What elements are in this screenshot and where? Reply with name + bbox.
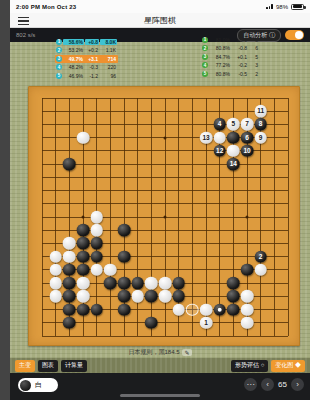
white-stone <box>77 290 90 303</box>
candidate-row[interactable]: 477.2%-0.23 <box>201 62 260 70</box>
black-stone <box>104 277 117 290</box>
color-to-play-label: 白 <box>35 380 42 390</box>
variation-winrate: 49.7% <box>63 56 84 63</box>
black-stone <box>77 237 90 250</box>
edit-komi-icon[interactable]: ✎ <box>182 349 191 356</box>
grid-line-h <box>42 336 288 337</box>
app-screen: 2:00 PM Mon Oct 23 98% 星阵围棋 802 s/s 自动分析… <box>10 0 310 400</box>
candidate-row[interactable]: 384.7%+0.15 <box>201 53 260 61</box>
candidate-visits: 3 <box>249 62 259 69</box>
bottom-bar: 白 ⋯ ‹ 65 › <box>10 373 310 400</box>
control-button[interactable]: 计算量 <box>61 360 87 372</box>
variation-visits: 714 <box>100 56 117 63</box>
black-stone <box>90 250 103 263</box>
black-stone <box>145 290 158 303</box>
candidate-score-delta: +0.1 <box>232 54 248 61</box>
variation-score-delta: +3.1 <box>85 56 99 63</box>
suggested-move-ghost[interactable] <box>186 303 199 316</box>
white-stone <box>49 277 62 290</box>
variation-visits: 1.1K <box>100 47 117 54</box>
white-stone: 9 <box>254 131 267 144</box>
white-stone <box>90 224 103 237</box>
star-point <box>246 216 249 219</box>
white-stone <box>77 277 90 290</box>
candidate-winrate: 84.7% <box>209 54 231 61</box>
next-move-button[interactable]: › <box>291 378 304 391</box>
control-button[interactable]: 形势评估 ○ <box>231 360 268 372</box>
black-stone <box>63 316 76 329</box>
status-bar: 2:00 PM Mon Oct 23 98% <box>10 0 310 13</box>
black-stone <box>118 303 131 316</box>
last-move-marker <box>218 308 222 312</box>
variation-score-delta: +0.2 <box>85 47 99 54</box>
control-bar: 主变图表计算量 形势评估 ○变化图 ◆ <box>10 358 310 373</box>
rank-badge: 2 <box>202 45 208 51</box>
black-stone <box>227 290 240 303</box>
candidate-score-delta: -0.2 <box>232 62 248 69</box>
white-stone: 5 <box>227 118 240 131</box>
variation-row[interactable]: 448.2%-0.3220 <box>55 64 118 72</box>
compute-speed: 802 s/s <box>16 32 35 38</box>
black-stone <box>145 316 158 329</box>
black-stone: 6 <box>241 131 254 144</box>
variation-row[interactable]: 349.7%+3.1714 <box>55 55 118 63</box>
candidate-score-delta: -0.8 <box>232 45 248 52</box>
white-stone <box>227 145 240 158</box>
rules-text: 日本规则，黑184.5 <box>128 348 179 357</box>
move-number-label: 6 <box>245 134 249 141</box>
star-point <box>164 136 167 139</box>
move-number-label: 11 <box>257 108 264 115</box>
variation-winrate: 53.2% <box>63 47 84 54</box>
battery-percent: 98% <box>276 4 288 10</box>
grid-line-v <box>274 98 275 336</box>
black-stone <box>63 158 76 171</box>
variation-visits: 96 <box>100 73 117 80</box>
white-stone <box>145 277 158 290</box>
candidate-winrate: 80.8% <box>209 71 231 78</box>
white-stone: 11 <box>254 105 267 118</box>
variation-winrate: 58.6% <box>63 39 84 46</box>
white-stone <box>131 290 144 303</box>
black-stone <box>90 303 103 316</box>
control-button[interactable]: 主变 <box>15 360 35 372</box>
candidate-winrate: 77.2% <box>209 62 231 69</box>
white-stone <box>241 290 254 303</box>
black-stone <box>227 303 240 316</box>
black-stone <box>241 264 254 277</box>
black-stone <box>77 264 90 277</box>
auto-analysis-toggle[interactable] <box>285 30 304 40</box>
variation-visits: 8.0K <box>100 39 117 46</box>
candidate-visits: 5 <box>249 54 259 61</box>
white-stone <box>90 264 103 277</box>
move-number-label: 1 <box>204 320 208 327</box>
white-stone <box>241 303 254 316</box>
white-stone <box>63 250 76 263</box>
move-number-label: 13 <box>202 134 209 141</box>
rules-strip: 日本规则，黑184.5 ✎ <box>10 346 310 358</box>
move-number: 65 <box>278 380 287 389</box>
variation-row[interactable]: 253.2%+0.21.1K <box>55 47 118 55</box>
star-point <box>82 216 85 219</box>
go-board[interactable]: 114578136912101421 <box>28 86 300 346</box>
black-stone <box>77 250 90 263</box>
variation-winrate: 46.9% <box>63 73 84 80</box>
rank-badge: 1 <box>202 37 208 43</box>
black-stone <box>118 224 131 237</box>
move-number-label: 9 <box>259 134 263 141</box>
star-point <box>164 216 167 219</box>
white-stone <box>77 131 90 144</box>
white-stone: 7 <box>241 118 254 131</box>
black-stone <box>227 131 240 144</box>
rank-badge: 4 <box>56 64 62 70</box>
variation-row[interactable]: 546.9%-1.296 <box>55 72 118 80</box>
candidate-visits: 8 <box>249 37 259 44</box>
black-stone <box>172 277 185 290</box>
black-stone <box>227 277 240 290</box>
rank-badge: 1 <box>56 39 62 45</box>
white-stone <box>254 264 267 277</box>
rank-badge: 3 <box>56 56 62 62</box>
black-stone <box>118 250 131 263</box>
prev-move-button[interactable]: ‹ <box>261 378 274 391</box>
white-stone <box>200 303 213 316</box>
candidate-row[interactable]: 580.8%-0.52 <box>201 70 260 78</box>
black-stone <box>63 277 76 290</box>
candidate-row[interactable]: 280.8%-0.86 <box>201 45 260 53</box>
candidate-winrate: 80.8% <box>209 45 231 52</box>
white-stone <box>159 277 172 290</box>
white-stone <box>90 211 103 224</box>
candidate-winrate: 81.0% <box>209 37 231 44</box>
variation-score-delta: +0.8 <box>85 39 99 46</box>
grid-line-v <box>288 98 289 336</box>
menu-icon[interactable] <box>18 17 29 25</box>
control-button[interactable]: 变化图 ◆ <box>271 360 305 372</box>
control-button[interactable]: 图表 <box>38 360 58 372</box>
white-stone <box>241 316 254 329</box>
rank-badge: 2 <box>56 47 62 53</box>
variation-table: 158.6%+0.88.0K253.2%+0.21.1K349.7%+3.171… <box>55 38 118 80</box>
black-stone <box>77 303 90 316</box>
app-title: 星阵围棋 <box>144 15 176 26</box>
black-stone: 14 <box>227 158 240 171</box>
variation-row[interactable]: 158.6%+0.88.0K <box>55 38 118 46</box>
black-stone <box>90 237 103 250</box>
rank-badge: 4 <box>202 62 208 68</box>
white-stone: 1 <box>200 316 213 329</box>
white-stone <box>104 264 117 277</box>
variation-score-delta: -1.2 <box>85 73 99 80</box>
candidate-score-delta: +0.0 <box>232 37 248 44</box>
candidate-visits: 6 <box>249 45 259 52</box>
grid-line-v <box>192 98 193 336</box>
nav-bar: 星阵围棋 <box>10 13 310 28</box>
move-number-label: 12 <box>216 148 223 155</box>
white-stone <box>213 131 226 144</box>
white-stone <box>49 264 62 277</box>
move-number-label: 4 <box>218 121 222 128</box>
black-stone <box>118 290 131 303</box>
black-stone: 8 <box>254 118 267 131</box>
status-time-date: 2:00 PM Mon Oct 23 <box>16 4 76 10</box>
black-stone-knob-icon <box>20 380 31 391</box>
black-stone <box>172 290 185 303</box>
more-options-button[interactable]: ⋯ <box>244 378 257 391</box>
candidate-visits: 2 <box>249 71 259 78</box>
variation-score-delta: -0.3 <box>85 64 99 71</box>
rank-badge: 5 <box>56 73 62 79</box>
white-stone <box>159 290 172 303</box>
black-stone <box>63 303 76 316</box>
move-number-label: 5 <box>232 121 236 128</box>
white-stone <box>49 250 62 263</box>
black-stone: 4 <box>213 118 226 131</box>
white-stone <box>172 303 185 316</box>
move-number-label: 7 <box>245 121 249 128</box>
battery-icon <box>291 4 304 10</box>
candidate-row[interactable]: 181.0%+0.08 <box>201 36 260 44</box>
candidate-score-delta: -0.5 <box>232 71 248 78</box>
variation-visits: 220 <box>100 64 117 71</box>
color-to-play-toggle[interactable]: 白 <box>18 378 58 392</box>
move-number-label: 10 <box>243 148 250 155</box>
home-indicator[interactable] <box>120 394 200 397</box>
white-stone <box>49 290 62 303</box>
black-stone: 10 <box>241 145 254 158</box>
variation-winrate: 48.2% <box>63 64 84 71</box>
black-stone <box>63 264 76 277</box>
white-stone <box>63 237 76 250</box>
signal-icon <box>266 4 273 9</box>
table-background: 114578136912101421 158.6%+0.88.0K253.2%+… <box>10 42 310 358</box>
black-stone <box>77 224 90 237</box>
white-stone: 13 <box>200 131 213 144</box>
move-number-label: 14 <box>230 161 237 168</box>
move-number-label: 2 <box>259 253 263 260</box>
black-stone <box>63 290 76 303</box>
candidate-list: 181.0%+0.08280.8%-0.86384.7%+0.15477.2%-… <box>201 36 260 78</box>
black-stone: 12 <box>213 145 226 158</box>
rank-badge: 5 <box>202 71 208 77</box>
black-stone <box>213 303 226 316</box>
black-stone: 2 <box>254 250 267 263</box>
rank-badge: 3 <box>202 54 208 60</box>
move-number-label: 8 <box>259 121 263 128</box>
black-stone <box>131 277 144 290</box>
black-stone <box>118 277 131 290</box>
